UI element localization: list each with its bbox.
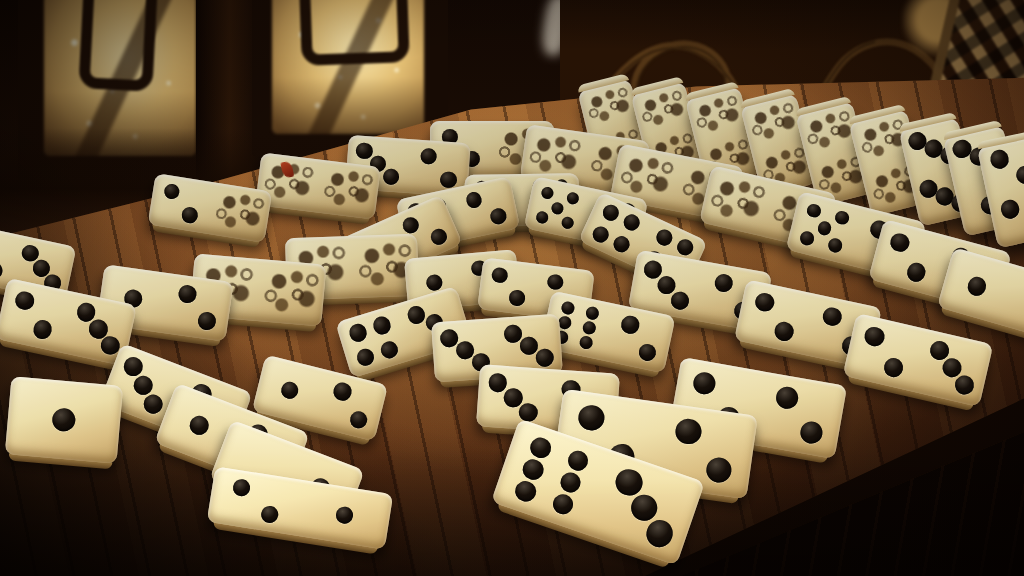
pip-dot xyxy=(535,211,549,225)
pip-dot xyxy=(535,348,554,367)
domino-tile[interactable] xyxy=(207,466,394,549)
pip-half xyxy=(602,304,676,374)
pip-dot xyxy=(260,505,279,524)
pip-dot xyxy=(520,457,546,483)
pip-dot xyxy=(577,404,605,432)
domino-face xyxy=(937,247,1024,342)
pip-dot xyxy=(541,186,555,200)
pip-dot xyxy=(882,356,905,379)
pip-dot xyxy=(620,315,641,336)
pip-dot xyxy=(400,215,421,236)
pip-dot xyxy=(566,191,580,205)
pip-dot xyxy=(177,284,197,304)
pip-dot xyxy=(691,371,717,397)
pip-dot xyxy=(488,373,508,393)
pip-dot xyxy=(440,171,457,188)
pip-dot xyxy=(0,261,4,281)
pip-half xyxy=(313,370,388,442)
pip-dot xyxy=(582,320,598,336)
pip-dot xyxy=(186,413,211,438)
engraving-pattern xyxy=(319,162,377,217)
domino-tile[interactable] xyxy=(148,173,273,243)
pip-dot xyxy=(953,374,976,397)
pip-dot xyxy=(821,305,843,327)
pip-dot xyxy=(550,491,576,517)
pip-dot xyxy=(348,409,369,430)
pip-dot xyxy=(621,212,643,234)
pip-dot xyxy=(826,237,843,254)
pip-dot xyxy=(550,201,564,215)
engraved-half xyxy=(255,259,326,327)
pip-dot xyxy=(508,289,525,306)
pip-half xyxy=(476,364,550,431)
pip-dot xyxy=(578,335,594,351)
engraving-pattern xyxy=(210,185,269,240)
pip-dot xyxy=(774,385,800,411)
pip-dot xyxy=(546,273,563,290)
pip-dot xyxy=(335,505,354,524)
pip-dot xyxy=(560,216,574,230)
pip-half xyxy=(911,329,994,407)
pip-dot xyxy=(806,202,823,219)
pip-dot xyxy=(181,206,199,224)
engraving-pattern xyxy=(259,262,322,324)
pip-half xyxy=(752,372,848,459)
pip-dot xyxy=(773,320,795,342)
pip-dot xyxy=(465,190,484,209)
pip-dot xyxy=(799,230,816,247)
domino-face xyxy=(843,313,994,407)
pip-dot xyxy=(833,209,850,226)
pip-dot xyxy=(557,470,583,496)
pip-half xyxy=(734,279,814,354)
pip-dot xyxy=(355,346,377,368)
pip-dot xyxy=(754,291,776,313)
pip-dot xyxy=(999,198,1021,220)
pip-dot xyxy=(713,273,734,294)
scene-root xyxy=(0,0,1024,576)
pip-dot xyxy=(163,183,181,201)
pip-dot xyxy=(590,224,612,246)
pip-dot xyxy=(799,420,825,446)
pip-dot xyxy=(653,227,675,249)
pip-dot xyxy=(560,300,576,316)
pip-dot xyxy=(279,380,300,401)
pip-dot xyxy=(637,342,658,363)
pip-dot xyxy=(426,274,443,291)
pip-dot xyxy=(989,148,1011,170)
domino-face xyxy=(5,376,123,463)
pip-dot xyxy=(232,478,251,497)
pip-dot xyxy=(513,478,539,504)
pip-dot xyxy=(489,207,508,226)
pip-dot xyxy=(420,148,437,165)
pip-dot xyxy=(503,388,523,408)
pip-dot xyxy=(888,231,911,254)
domino-tile[interactable] xyxy=(5,376,123,463)
engraved-half xyxy=(206,182,272,243)
pip-dot xyxy=(14,290,36,312)
pip-dot xyxy=(600,202,622,224)
tiles-layer xyxy=(0,0,1024,576)
domino-face xyxy=(148,173,273,243)
domino-tile[interactable] xyxy=(843,313,994,407)
pip-dot xyxy=(379,339,401,361)
pip-dot xyxy=(518,402,538,422)
engraving-pattern xyxy=(703,168,770,233)
pip-dot xyxy=(528,435,554,461)
pip-dot xyxy=(1015,164,1024,186)
pip-dot xyxy=(643,517,677,551)
pip-dot xyxy=(371,314,393,336)
pip-dot xyxy=(356,142,373,159)
pip-half xyxy=(296,480,394,549)
pip-dot xyxy=(816,220,833,237)
pip-half xyxy=(477,257,539,315)
pip-dot xyxy=(704,456,732,484)
pip-dot xyxy=(585,305,601,321)
pip-half xyxy=(148,173,214,234)
domino-tile[interactable] xyxy=(937,247,1024,342)
pip-dot xyxy=(332,381,353,402)
pip-dot xyxy=(428,226,449,247)
pip-dot xyxy=(611,234,633,256)
pip-half xyxy=(5,376,123,463)
pip-dot xyxy=(141,392,166,417)
pip-dot xyxy=(347,322,369,344)
engraved-half xyxy=(315,160,381,220)
pip-dot xyxy=(863,325,886,348)
pip-dot xyxy=(382,168,399,185)
pip-dot xyxy=(565,448,591,474)
pip-dot xyxy=(669,290,690,311)
domino-face xyxy=(207,466,394,549)
pip-dot xyxy=(674,417,702,445)
pip-dot xyxy=(905,261,928,284)
pip-dot xyxy=(491,266,508,283)
pip-dot xyxy=(32,319,54,341)
pip-dot xyxy=(965,275,988,298)
pip-half xyxy=(161,273,234,341)
pip-dot xyxy=(675,237,697,259)
pip-dot xyxy=(51,407,76,432)
pip-half xyxy=(452,176,520,240)
pip-dot xyxy=(197,311,217,331)
